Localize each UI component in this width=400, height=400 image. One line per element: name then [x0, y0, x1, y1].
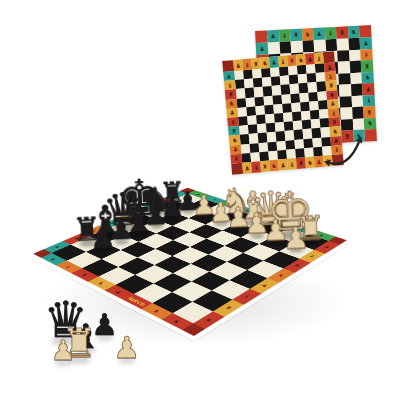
board-border-segment: ♟: [362, 83, 375, 95]
board-border-segment: ♝: [360, 49, 373, 61]
white-pawn[interactable]: ♟: [50, 337, 75, 365]
board-cell: [338, 61, 350, 73]
board-border-segment: ♟: [256, 42, 269, 54]
board-cell: [349, 61, 361, 73]
board-cell: [348, 38, 360, 50]
board-border-corner: [359, 25, 372, 38]
board-border-segment: ♝: [363, 94, 376, 106]
board-border-corner: [255, 30, 268, 43]
board-cell: [350, 84, 362, 96]
board-cell: [291, 41, 303, 53]
board-border-segment: ♟: [360, 37, 373, 49]
board-border-segment: ♜: [363, 106, 376, 118]
board-border-segment: ♞: [347, 26, 359, 39]
board-cell: [337, 50, 349, 62]
board-cell: [279, 41, 291, 53]
board-border-segment: ♝: [230, 154, 242, 164]
board-cell: [338, 73, 350, 85]
board-cell: [268, 42, 280, 54]
board-border-segment: ♞: [361, 71, 374, 83]
black-pawn[interactable]: ♟: [89, 224, 116, 254]
board-border-segment: ♜: [361, 60, 374, 72]
board-cell: [340, 107, 352, 119]
white-pawn[interactable]: ♟: [114, 333, 141, 363]
board-cell: [337, 38, 349, 50]
board-border-segment: ♟: [267, 30, 279, 43]
board-cell: [351, 95, 363, 107]
board-cell: [352, 107, 364, 119]
board-cell: [350, 72, 362, 84]
board-cell: [339, 84, 351, 96]
board-cell: [340, 96, 352, 108]
board-cell: [302, 40, 314, 52]
board-border-segment: ♟: [313, 27, 325, 40]
board-cell: [325, 39, 337, 51]
board-cell: [349, 49, 361, 61]
board-border-segment: ♝: [314, 52, 324, 64]
product-photo: ♟♝♜♞♟♝♜♞♟♝♜♞♟♝♜♞♟♝♜♞♟♝♜♞♟♝♜♞♟♝♜♞ ♟♝♜♞♟♝♜…: [0, 0, 400, 400]
flip-arrow-icon: [324, 128, 368, 174]
white-pawn[interactable]: ♟: [282, 223, 310, 254]
board-border-segment: ♜: [290, 29, 302, 42]
board-border-segment: ♝: [279, 29, 291, 42]
board-border-segment: ♜: [336, 26, 348, 39]
board-border-segment: ♝: [324, 27, 336, 40]
board-border-segment: ♞: [301, 28, 313, 41]
board-cell: [314, 39, 326, 51]
